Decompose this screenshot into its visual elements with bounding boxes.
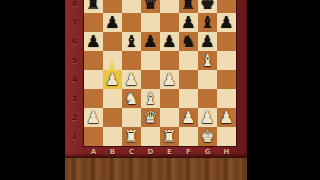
- square-d4[interactable]: [141, 70, 160, 89]
- square-a4[interactable]: [84, 70, 103, 89]
- square-d1[interactable]: [141, 127, 160, 146]
- square-f1[interactable]: [179, 127, 198, 146]
- piece-white-queen[interactable]: ♛: [143, 108, 158, 127]
- piece-black-pawn[interactable]: ♟: [162, 32, 177, 51]
- square-g6[interactable]: ♟: [198, 32, 217, 51]
- file-label-e: E: [160, 146, 179, 157]
- square-f2[interactable]: ♟: [179, 108, 198, 127]
- square-a2[interactable]: ♟: [84, 108, 103, 127]
- square-f5[interactable]: [179, 51, 198, 70]
- square-h7[interactable]: ♟: [217, 13, 236, 32]
- piece-black-king[interactable]: ♚: [200, 0, 215, 13]
- square-g8[interactable]: ♚: [198, 0, 217, 13]
- piece-black-pawn[interactable]: ♟: [143, 32, 158, 51]
- square-c5[interactable]: [122, 51, 141, 70]
- piece-white-pawn[interactable]: ♟: [105, 70, 120, 89]
- piece-black-rook[interactable]: ♜: [181, 0, 196, 13]
- piece-white-rook[interactable]: ♜: [162, 127, 177, 146]
- square-a8[interactable]: ♜: [84, 0, 103, 13]
- square-f4[interactable]: [179, 70, 198, 89]
- square-h4[interactable]: [217, 70, 236, 89]
- board-panel: ♜♛♜♚♟♟♝♟♟♝♟♟♞♟♝♟♟♟♞♝♟♛♟♟♟♜♜♚ 87654321 AB…: [65, 0, 247, 180]
- piece-white-pawn[interactable]: ♟: [200, 108, 215, 127]
- file-label-c: C: [122, 146, 141, 157]
- piece-black-pawn[interactable]: ♟: [200, 32, 215, 51]
- square-a3[interactable]: [84, 89, 103, 108]
- square-d5[interactable]: [141, 51, 160, 70]
- square-d3[interactable]: ♝: [141, 89, 160, 108]
- square-d6[interactable]: ♟: [141, 32, 160, 51]
- square-h8[interactable]: [217, 0, 236, 13]
- piece-black-knight[interactable]: ♞: [181, 32, 196, 51]
- piece-white-rook[interactable]: ♜: [124, 127, 139, 146]
- square-c1[interactable]: ♜: [122, 127, 141, 146]
- square-h6[interactable]: [217, 32, 236, 51]
- square-e4[interactable]: ♟: [160, 70, 179, 89]
- piece-white-pawn[interactable]: ♟: [162, 70, 177, 89]
- square-f7[interactable]: ♟: [179, 13, 198, 32]
- piece-black-pawn[interactable]: ♟: [181, 13, 196, 32]
- rank-label-4: 4: [65, 70, 84, 89]
- square-g2[interactable]: ♟: [198, 108, 217, 127]
- square-b6[interactable]: [103, 32, 122, 51]
- piece-white-pawn[interactable]: ♟: [86, 108, 101, 127]
- square-a5[interactable]: [84, 51, 103, 70]
- piece-white-pawn[interactable]: ♟: [181, 108, 196, 127]
- piece-white-knight[interactable]: ♞: [124, 89, 139, 108]
- square-g4[interactable]: [198, 70, 217, 89]
- square-a7[interactable]: [84, 13, 103, 32]
- piece-black-bishop[interactable]: ♝: [124, 32, 139, 51]
- square-g5[interactable]: ♝: [198, 51, 217, 70]
- square-c2[interactable]: [122, 108, 141, 127]
- square-c4[interactable]: ♟: [122, 70, 141, 89]
- square-h3[interactable]: [217, 89, 236, 108]
- chess-board[interactable]: ♜♛♜♚♟♟♝♟♟♝♟♟♞♟♝♟♟♟♞♝♟♛♟♟♟♜♜♚: [84, 0, 236, 146]
- file-label-g: G: [198, 146, 217, 157]
- square-b4[interactable]: ♟: [103, 70, 122, 89]
- wood-table-surface: [65, 157, 247, 180]
- square-c7[interactable]: [122, 13, 141, 32]
- file-label-b: B: [103, 146, 122, 157]
- square-g1[interactable]: ♚: [198, 127, 217, 146]
- square-e6[interactable]: ♟: [160, 32, 179, 51]
- square-d8[interactable]: ♛: [141, 0, 160, 13]
- rank-label-6: 6: [65, 32, 84, 51]
- file-label-f: F: [179, 146, 198, 157]
- square-e2[interactable]: [160, 108, 179, 127]
- square-b1[interactable]: [103, 127, 122, 146]
- square-e5[interactable]: [160, 51, 179, 70]
- rank-label-2: 2: [65, 108, 84, 127]
- piece-white-pawn[interactable]: ♟: [124, 70, 139, 89]
- piece-black-pawn[interactable]: ♟: [219, 13, 234, 32]
- square-e1[interactable]: ♜: [160, 127, 179, 146]
- piece-white-bishop[interactable]: ♝: [143, 89, 158, 108]
- rank-label-8: 8: [65, 0, 84, 13]
- file-labels: ABCDEFGH: [84, 146, 236, 157]
- square-f6[interactable]: ♞: [179, 32, 198, 51]
- square-b7[interactable]: ♟: [103, 13, 122, 32]
- square-g7[interactable]: ♝: [198, 13, 217, 32]
- square-d2[interactable]: ♛: [141, 108, 160, 127]
- square-e3[interactable]: [160, 89, 179, 108]
- piece-black-pawn[interactable]: ♟: [86, 32, 101, 51]
- square-f8[interactable]: ♜: [179, 0, 198, 13]
- square-h2[interactable]: ♟: [217, 108, 236, 127]
- square-e8[interactable]: [160, 0, 179, 13]
- square-h1[interactable]: [217, 127, 236, 146]
- square-c3[interactable]: ♞: [122, 89, 141, 108]
- piece-black-bishop[interactable]: ♝: [200, 13, 215, 32]
- rank-label-1: 1: [65, 127, 84, 146]
- square-c6[interactable]: ♝: [122, 32, 141, 51]
- square-h5[interactable]: [217, 51, 236, 70]
- square-b2[interactable]: [103, 108, 122, 127]
- square-e7[interactable]: [160, 13, 179, 32]
- chess-app-screenshot: ♜♛♜♚♟♟♝♟♟♝♟♟♞♟♝♟♟♟♞♝♟♛♟♟♟♜♜♚ 87654321 AB…: [0, 0, 320, 180]
- square-b3[interactable]: [103, 89, 122, 108]
- square-a1[interactable]: [84, 127, 103, 146]
- square-d7[interactable]: [141, 13, 160, 32]
- rank-label-3: 3: [65, 89, 84, 108]
- piece-black-pawn[interactable]: ♟: [105, 13, 120, 32]
- square-c8[interactable]: [122, 0, 141, 13]
- square-b5[interactable]: [103, 51, 122, 70]
- square-g3[interactable]: [198, 89, 217, 108]
- rank-labels: 87654321: [65, 0, 84, 146]
- piece-white-pawn[interactable]: ♟: [219, 108, 234, 127]
- square-a6[interactable]: ♟: [84, 32, 103, 51]
- square-b8[interactable]: [103, 0, 122, 13]
- rank-label-7: 7: [65, 13, 84, 32]
- piece-black-rook[interactable]: ♜: [86, 0, 101, 13]
- piece-black-queen[interactable]: ♛: [143, 0, 158, 13]
- file-label-h: H: [217, 146, 236, 157]
- piece-white-king[interactable]: ♚: [200, 127, 215, 146]
- file-label-d: D: [141, 146, 160, 157]
- piece-white-bishop[interactable]: ♝: [200, 51, 215, 70]
- rank-label-5: 5: [65, 51, 84, 70]
- square-f3[interactable]: [179, 89, 198, 108]
- file-label-a: A: [84, 146, 103, 157]
